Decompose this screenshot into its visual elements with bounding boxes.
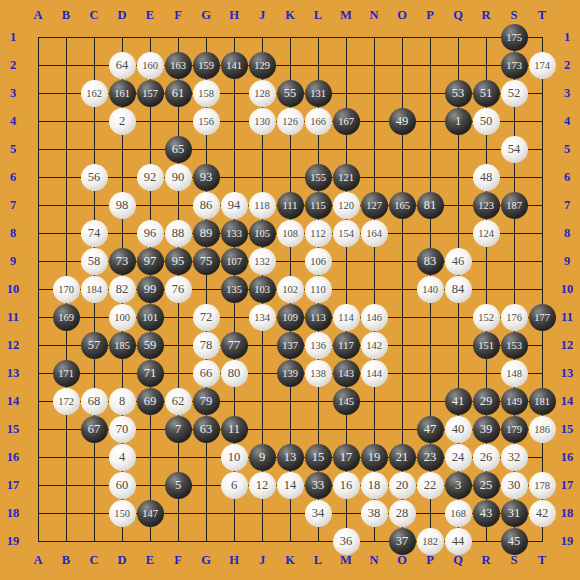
stone-black-133: 133 xyxy=(221,220,248,247)
stone-black-113: 113 xyxy=(305,304,332,331)
stone-white-106: 106 xyxy=(305,248,332,275)
row-label-left: 17 xyxy=(0,477,27,493)
row-label-left: 4 xyxy=(0,113,27,129)
stone-black-157: 157 xyxy=(137,80,164,107)
stone-white-64: 64 xyxy=(109,52,136,79)
stone-black-61: 61 xyxy=(165,80,192,107)
stone-white-96: 96 xyxy=(137,220,164,247)
stone-black-37: 37 xyxy=(389,528,416,555)
stone-black-77: 77 xyxy=(221,332,248,359)
row-label-right: 15 xyxy=(553,421,580,437)
stone-black-33: 33 xyxy=(305,472,332,499)
col-label-bottom: L xyxy=(304,552,332,568)
stone-white-148: 148 xyxy=(501,360,528,387)
stone-black-115: 115 xyxy=(305,192,332,219)
stone-black-25: 25 xyxy=(473,472,500,499)
stone-black-67: 67 xyxy=(81,416,108,443)
stone-white-70: 70 xyxy=(109,416,136,443)
stone-black-173: 173 xyxy=(501,52,528,79)
stone-white-146: 146 xyxy=(361,304,388,331)
stone-black-5: 5 xyxy=(165,472,192,499)
row-label-left: 5 xyxy=(0,141,27,157)
stone-white-114: 114 xyxy=(333,304,360,331)
stone-white-84: 84 xyxy=(445,276,472,303)
stone-black-7: 7 xyxy=(165,416,192,443)
row-label-right: 11 xyxy=(553,309,580,325)
row-label-right: 14 xyxy=(553,393,580,409)
row-label-left: 8 xyxy=(0,225,27,241)
stone-black-31: 31 xyxy=(501,500,528,527)
stone-black-15: 15 xyxy=(305,444,332,471)
row-label-left: 7 xyxy=(0,197,27,213)
stone-black-45: 45 xyxy=(501,528,528,555)
stone-white-56: 56 xyxy=(81,164,108,191)
stone-white-14: 14 xyxy=(277,472,304,499)
stone-white-46: 46 xyxy=(445,248,472,275)
stone-black-123: 123 xyxy=(473,192,500,219)
stone-white-134: 134 xyxy=(249,304,276,331)
stone-white-12: 12 xyxy=(249,472,276,499)
stone-black-17: 17 xyxy=(333,444,360,471)
stone-black-153: 153 xyxy=(501,332,528,359)
stone-white-10: 10 xyxy=(221,444,248,471)
stone-white-52: 52 xyxy=(501,80,528,107)
stone-white-8: 8 xyxy=(109,388,136,415)
stone-white-34: 34 xyxy=(305,500,332,527)
col-label-top: D xyxy=(108,7,136,23)
stone-white-18: 18 xyxy=(361,472,388,499)
col-label-bottom: C xyxy=(80,552,108,568)
stone-white-172: 172 xyxy=(53,388,80,415)
stone-white-50: 50 xyxy=(473,108,500,135)
stone-black-13: 13 xyxy=(277,444,304,471)
stone-black-47: 47 xyxy=(417,416,444,443)
stone-black-165: 165 xyxy=(389,192,416,219)
stone-black-69: 69 xyxy=(137,388,164,415)
row-label-right: 12 xyxy=(553,337,580,353)
stone-white-170: 170 xyxy=(53,276,80,303)
stone-white-48: 48 xyxy=(473,164,500,191)
stone-white-150: 150 xyxy=(109,500,136,527)
row-label-right: 9 xyxy=(553,253,580,269)
stone-black-97: 97 xyxy=(137,248,164,275)
stone-black-181: 181 xyxy=(529,388,556,415)
stone-black-141: 141 xyxy=(221,52,248,79)
stone-white-88: 88 xyxy=(165,220,192,247)
col-label-top: O xyxy=(388,7,416,23)
stone-black-185: 185 xyxy=(109,332,136,359)
row-label-left: 12 xyxy=(0,337,27,353)
stone-black-171: 171 xyxy=(53,360,80,387)
stone-white-92: 92 xyxy=(137,164,164,191)
stone-white-38: 38 xyxy=(361,500,388,527)
stone-black-187: 187 xyxy=(501,192,528,219)
col-label-top: L xyxy=(304,7,332,23)
stone-white-118: 118 xyxy=(249,192,276,219)
stone-white-158: 158 xyxy=(193,80,220,107)
stone-white-4: 4 xyxy=(109,444,136,471)
stone-white-30: 30 xyxy=(501,472,528,499)
stone-black-121: 121 xyxy=(333,164,360,191)
stone-black-109: 109 xyxy=(277,304,304,331)
col-label-bottom: E xyxy=(136,552,164,568)
stone-white-2: 2 xyxy=(109,108,136,135)
stone-white-124: 124 xyxy=(473,220,500,247)
stone-white-132: 132 xyxy=(249,248,276,275)
stone-white-90: 90 xyxy=(165,164,192,191)
row-label-right: 4 xyxy=(553,113,580,129)
stone-black-169: 169 xyxy=(53,304,80,331)
stone-black-151: 151 xyxy=(473,332,500,359)
stone-white-168: 168 xyxy=(445,500,472,527)
stone-white-152: 152 xyxy=(473,304,500,331)
row-label-right: 10 xyxy=(553,281,580,297)
row-label-right: 5 xyxy=(553,141,580,157)
stone-white-74: 74 xyxy=(81,220,108,247)
col-label-top: N xyxy=(360,7,388,23)
stone-white-130: 130 xyxy=(249,108,276,135)
stone-black-93: 93 xyxy=(193,164,220,191)
row-label-left: 6 xyxy=(0,169,27,185)
go-board-app: AABBCCDDEEFFGGHHJJKKLLMMNNOOPPQQRRSSTT11… xyxy=(0,0,580,580)
stone-white-112: 112 xyxy=(305,220,332,247)
stone-black-107: 107 xyxy=(221,248,248,275)
stone-white-22: 22 xyxy=(417,472,444,499)
stone-white-86: 86 xyxy=(193,192,220,219)
row-label-left: 13 xyxy=(0,365,27,381)
stone-black-103: 103 xyxy=(249,276,276,303)
row-label-left: 15 xyxy=(0,421,27,437)
stone-black-29: 29 xyxy=(473,388,500,415)
stone-black-111: 111 xyxy=(277,192,304,219)
stone-black-41: 41 xyxy=(445,388,472,415)
stone-white-100: 100 xyxy=(109,304,136,331)
row-label-right: 1 xyxy=(553,29,580,45)
col-label-bottom: G xyxy=(192,552,220,568)
stone-black-147: 147 xyxy=(137,500,164,527)
stone-black-79: 79 xyxy=(193,388,220,415)
col-label-top: C xyxy=(80,7,108,23)
stone-white-54: 54 xyxy=(501,136,528,163)
stone-black-43: 43 xyxy=(473,500,500,527)
row-label-left: 18 xyxy=(0,505,27,521)
row-label-left: 9 xyxy=(0,253,27,269)
stone-white-128: 128 xyxy=(249,80,276,107)
row-label-right: 3 xyxy=(553,85,580,101)
stone-black-175: 175 xyxy=(501,24,528,51)
stone-black-159: 159 xyxy=(193,52,220,79)
col-label-bottom: J xyxy=(248,552,276,568)
stone-white-142: 142 xyxy=(361,332,388,359)
col-label-top: K xyxy=(276,7,304,23)
stone-white-66: 66 xyxy=(193,360,220,387)
stone-black-95: 95 xyxy=(165,248,192,275)
row-label-right: 7 xyxy=(553,197,580,213)
stone-white-76: 76 xyxy=(165,276,192,303)
stone-white-40: 40 xyxy=(445,416,472,443)
stone-white-176: 176 xyxy=(501,304,528,331)
col-label-bottom: D xyxy=(108,552,136,568)
col-label-top: T xyxy=(528,7,556,23)
row-label-right: 17 xyxy=(553,477,580,493)
stone-white-110: 110 xyxy=(305,276,332,303)
stone-white-102: 102 xyxy=(277,276,304,303)
row-label-left: 3 xyxy=(0,85,27,101)
col-label-top: B xyxy=(52,7,80,23)
stone-black-139: 139 xyxy=(277,360,304,387)
stone-black-11: 11 xyxy=(221,416,248,443)
row-label-right: 6 xyxy=(553,169,580,185)
stone-black-57: 57 xyxy=(81,332,108,359)
col-label-top: A xyxy=(24,7,52,23)
stone-black-179: 179 xyxy=(501,416,528,443)
stone-black-73: 73 xyxy=(109,248,136,275)
stone-black-135: 135 xyxy=(221,276,248,303)
col-label-top: P xyxy=(416,7,444,23)
stone-black-21: 21 xyxy=(389,444,416,471)
col-label-top: J xyxy=(248,7,276,23)
stone-white-162: 162 xyxy=(81,80,108,107)
stone-black-131: 131 xyxy=(305,80,332,107)
stone-black-63: 63 xyxy=(193,416,220,443)
row-label-right: 8 xyxy=(553,225,580,241)
stone-white-126: 126 xyxy=(277,108,304,135)
stone-black-149: 149 xyxy=(501,388,528,415)
stone-black-99: 99 xyxy=(137,276,164,303)
stone-black-117: 117 xyxy=(333,332,360,359)
col-label-bottom: B xyxy=(52,552,80,568)
stone-black-65: 65 xyxy=(165,136,192,163)
stone-black-51: 51 xyxy=(473,80,500,107)
col-label-top: H xyxy=(220,7,248,23)
stone-black-167: 167 xyxy=(333,108,360,135)
row-label-left: 2 xyxy=(0,57,27,73)
stone-white-6: 6 xyxy=(221,472,248,499)
stone-white-82: 82 xyxy=(109,276,136,303)
stone-white-20: 20 xyxy=(389,472,416,499)
col-label-bottom: N xyxy=(360,552,388,568)
stone-black-137: 137 xyxy=(277,332,304,359)
stone-black-155: 155 xyxy=(305,164,332,191)
stone-black-177: 177 xyxy=(529,304,556,331)
row-label-left: 19 xyxy=(0,533,27,549)
stone-white-144: 144 xyxy=(361,360,388,387)
stone-white-120: 120 xyxy=(333,192,360,219)
stone-black-49: 49 xyxy=(389,108,416,135)
stone-white-28: 28 xyxy=(389,500,416,527)
stone-white-98: 98 xyxy=(109,192,136,219)
stone-white-16: 16 xyxy=(333,472,360,499)
row-label-left: 16 xyxy=(0,449,27,465)
stone-white-154: 154 xyxy=(333,220,360,247)
stone-white-164: 164 xyxy=(361,220,388,247)
col-label-bottom: F xyxy=(164,552,192,568)
stone-black-9: 9 xyxy=(249,444,276,471)
stone-white-72: 72 xyxy=(193,304,220,331)
col-label-top: Q xyxy=(444,7,472,23)
stone-black-81: 81 xyxy=(417,192,444,219)
stone-black-19: 19 xyxy=(361,444,388,471)
stone-white-138: 138 xyxy=(305,360,332,387)
stone-white-80: 80 xyxy=(221,360,248,387)
stone-white-182: 182 xyxy=(417,528,444,555)
col-label-bottom: T xyxy=(528,552,556,568)
col-label-top: G xyxy=(192,7,220,23)
row-label-right: 2 xyxy=(553,57,580,73)
row-label-right: 18 xyxy=(553,505,580,521)
col-label-top: M xyxy=(332,7,360,23)
col-label-top: E xyxy=(136,7,164,23)
col-label-bottom: H xyxy=(220,552,248,568)
stone-black-89: 89 xyxy=(193,220,220,247)
stone-white-184: 184 xyxy=(81,276,108,303)
stone-white-26: 26 xyxy=(473,444,500,471)
stone-white-178: 178 xyxy=(529,472,556,499)
stone-white-32: 32 xyxy=(501,444,528,471)
stone-black-3: 3 xyxy=(445,472,472,499)
row-label-right: 13 xyxy=(553,365,580,381)
stone-black-161: 161 xyxy=(109,80,136,107)
stone-white-160: 160 xyxy=(137,52,164,79)
stone-white-78: 78 xyxy=(193,332,220,359)
stone-white-108: 108 xyxy=(277,220,304,247)
col-label-top: R xyxy=(472,7,500,23)
row-label-right: 19 xyxy=(553,533,580,549)
stone-white-156: 156 xyxy=(193,108,220,135)
stone-white-44: 44 xyxy=(445,528,472,555)
stone-white-174: 174 xyxy=(529,52,556,79)
stone-black-83: 83 xyxy=(417,248,444,275)
stone-white-140: 140 xyxy=(417,276,444,303)
row-label-left: 11 xyxy=(0,309,27,325)
stone-black-143: 143 xyxy=(333,360,360,387)
stone-white-24: 24 xyxy=(445,444,472,471)
stone-black-53: 53 xyxy=(445,80,472,107)
stone-black-39: 39 xyxy=(473,416,500,443)
stone-white-62: 62 xyxy=(165,388,192,415)
stone-black-55: 55 xyxy=(277,80,304,107)
stone-white-186: 186 xyxy=(529,416,556,443)
stone-black-145: 145 xyxy=(333,388,360,415)
stone-black-129: 129 xyxy=(249,52,276,79)
row-label-right: 16 xyxy=(553,449,580,465)
stone-black-163: 163 xyxy=(165,52,192,79)
stone-black-59: 59 xyxy=(137,332,164,359)
col-label-top: F xyxy=(164,7,192,23)
stone-white-94: 94 xyxy=(221,192,248,219)
stone-white-58: 58 xyxy=(81,248,108,275)
row-label-left: 1 xyxy=(0,29,27,45)
col-label-bottom: K xyxy=(276,552,304,568)
row-label-left: 10 xyxy=(0,281,27,297)
row-label-left: 14 xyxy=(0,393,27,409)
stone-white-136: 136 xyxy=(305,332,332,359)
col-label-bottom: A xyxy=(24,552,52,568)
col-label-top: S xyxy=(500,7,528,23)
col-label-bottom: R xyxy=(472,552,500,568)
stone-black-71: 71 xyxy=(137,360,164,387)
stone-black-1: 1 xyxy=(445,108,472,135)
stone-white-42: 42 xyxy=(529,500,556,527)
stone-white-68: 68 xyxy=(81,388,108,415)
stone-black-75: 75 xyxy=(193,248,220,275)
stone-white-36: 36 xyxy=(333,528,360,555)
stone-white-166: 166 xyxy=(305,108,332,135)
stone-black-127: 127 xyxy=(361,192,388,219)
stone-black-105: 105 xyxy=(249,220,276,247)
stone-black-23: 23 xyxy=(417,444,444,471)
stone-black-101: 101 xyxy=(137,304,164,331)
stone-white-60: 60 xyxy=(109,472,136,499)
